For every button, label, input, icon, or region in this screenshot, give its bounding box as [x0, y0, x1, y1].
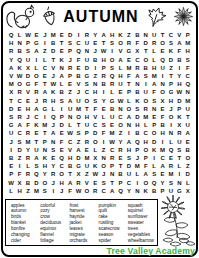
grid-cell: A — [66, 97, 74, 105]
grid-cell: P — [100, 64, 108, 72]
word-list-column: pumpkinquiltrakerustlingscarecrowseasons… — [99, 203, 126, 243]
grid-cell: L — [32, 64, 40, 72]
grid-cell: M — [167, 170, 175, 178]
grid-cell: L — [57, 80, 65, 88]
grid-cell: N — [133, 187, 141, 195]
grid-cell: P — [150, 121, 158, 129]
grid-cell: E — [158, 47, 166, 55]
grid-cell: L — [116, 64, 124, 72]
grid-cell: R — [66, 64, 74, 72]
grid-cell: U — [24, 56, 32, 64]
grid-cell: D — [66, 31, 74, 39]
grid-cell: M — [41, 121, 49, 129]
grid-cell: V — [49, 64, 57, 72]
grid-cell: I — [108, 47, 116, 55]
grid-cell: N — [116, 105, 124, 113]
grid-cell: M — [49, 31, 57, 39]
word-list-item: orchards — [69, 238, 96, 244]
grid-cell: L — [41, 56, 49, 64]
grid-cell: N — [150, 105, 158, 113]
grid-cell: N — [167, 129, 175, 137]
grid-cell: Z — [91, 72, 99, 80]
word-search-grid: QLWEJMEDIRYAHKZBNUTCVPHNPGIBTSCUETSORFDR… — [7, 31, 192, 195]
grid-cell: M — [150, 72, 158, 80]
grid-cell: F — [158, 113, 166, 121]
grid-cell: J — [91, 47, 99, 55]
grid-cell: B — [116, 170, 124, 178]
grid-cell: H — [91, 88, 99, 96]
grid-cell: H — [150, 64, 158, 72]
word-list: applesautumnbirdsblanketbonfirechangingc… — [5, 199, 158, 246]
grid-cell: E — [108, 121, 116, 129]
grid-cell: I — [150, 154, 158, 162]
grid-cell: J — [49, 179, 57, 187]
grid-cell: N — [125, 121, 133, 129]
grid-cell: H — [15, 187, 23, 195]
grid-cell: H — [83, 113, 91, 121]
grid-cell: O — [32, 72, 40, 80]
grid-cell: R — [83, 31, 91, 39]
grid-cell: N — [66, 113, 74, 121]
grid-cell: E — [32, 31, 40, 39]
grid-cell: S — [108, 39, 116, 47]
grid-cell: L — [150, 56, 158, 64]
grid-cell: A — [150, 80, 158, 88]
grid-cell: R — [49, 170, 57, 178]
grid-cell: V — [7, 72, 15, 80]
word-list-column: applesautumnbirdsblanketbonfirechangingc… — [11, 203, 38, 243]
word-list-item: cider — [11, 238, 38, 244]
grid-cell: I — [32, 56, 40, 64]
grid-cell: Z — [116, 129, 124, 137]
grid-cell: E — [66, 80, 74, 88]
grid-cell: A — [142, 170, 150, 178]
grid-cell: E — [41, 72, 49, 80]
grid-cell: E — [32, 129, 40, 137]
grid-cell: P — [57, 113, 65, 121]
grid-cell: E — [100, 105, 108, 113]
grid-cell: A — [133, 72, 141, 80]
grid-cell: C — [83, 88, 91, 96]
grid-cell: E — [158, 170, 166, 178]
grid-cell: Z — [167, 64, 175, 72]
grid-cell: L — [15, 31, 23, 39]
mum-flower-icon — [172, 5, 195, 28]
grid-cell: M — [108, 129, 116, 137]
grid-cell: Z — [83, 170, 91, 178]
grid-cell: U — [142, 88, 150, 96]
grid-cell: F — [100, 129, 108, 137]
grid-cell: L — [49, 105, 57, 113]
grid-cell: O — [100, 162, 108, 170]
grid-cell: B — [74, 72, 82, 80]
grid-cell: E — [57, 129, 65, 137]
grid-cell: F — [32, 80, 40, 88]
grid-cell: Q — [32, 170, 40, 178]
grid-cell: I — [167, 121, 175, 129]
grid-cell: O — [57, 170, 65, 178]
grid-cell: K — [57, 56, 65, 64]
grid-cell: U — [7, 129, 15, 137]
grid-cell: M — [32, 187, 40, 195]
grid-cell: S — [108, 64, 116, 72]
grid-cell: S — [100, 121, 108, 129]
grid-cell: Q — [158, 56, 166, 64]
grid-cell: G — [83, 72, 91, 80]
grid-cell: T — [66, 170, 74, 178]
grid-cell: N — [142, 31, 150, 39]
grid-cell: M — [133, 162, 141, 170]
grid-cell: P — [125, 88, 133, 96]
grid-cell: F — [184, 64, 192, 72]
squirrel-icon — [4, 4, 37, 30]
grid-cell: H — [108, 31, 116, 39]
grid-cell: C — [66, 138, 74, 146]
grid-cell: E — [49, 154, 57, 162]
grid-cell: R — [32, 88, 40, 96]
grid-cell: E — [57, 31, 65, 39]
grid-cell: Q — [57, 154, 65, 162]
grid-cell: C — [41, 64, 49, 72]
grid-cell: E — [74, 64, 82, 72]
grid-cell: U — [83, 39, 91, 47]
grid-cell: L — [66, 121, 74, 129]
grid-cell: X — [74, 170, 82, 178]
grid-cell: J — [49, 121, 57, 129]
grid-cell: O — [108, 56, 116, 64]
grid-cell: C — [142, 129, 150, 137]
sunflower-icon — [153, 194, 198, 250]
grid-cell: Q — [7, 31, 15, 39]
grid-cell: D — [57, 121, 65, 129]
grid-cell: K — [15, 64, 23, 72]
grid-cell: G — [167, 88, 175, 96]
maple-leaf-icon — [142, 3, 170, 31]
grid-cell: O — [116, 121, 124, 129]
grid-cell: P — [108, 162, 116, 170]
grid-cell: A — [116, 56, 124, 64]
grid-cell: B — [175, 56, 183, 64]
grid-cell: R — [15, 113, 23, 121]
grid-cell: O — [142, 56, 150, 64]
grid-cell: P — [66, 72, 74, 80]
grid-cell: S — [41, 187, 49, 195]
word-list-item: foliage — [40, 238, 67, 244]
grid-cell: X — [158, 97, 166, 105]
grid-cell: Q — [108, 72, 116, 80]
grid-cell: B — [142, 64, 150, 72]
grid-cell: B — [184, 146, 192, 154]
grid-cell: A — [108, 187, 116, 195]
grid-cell: H — [175, 80, 183, 88]
grid-cell: U — [74, 97, 82, 105]
grid-cell: T — [167, 72, 175, 80]
grid-cell: D — [24, 72, 32, 80]
grid-cell: T — [74, 121, 82, 129]
grid-cell: D — [74, 154, 82, 162]
grid-cell: K — [91, 162, 99, 170]
grid-cell: G — [24, 80, 32, 88]
word-list-column: frostharvesthayridejacketleavesmigrateor… — [69, 203, 96, 243]
grid-cell: O — [83, 187, 91, 195]
grid-cell: U — [184, 105, 192, 113]
grid-cell: W — [49, 80, 57, 88]
grid-cell: M — [142, 113, 150, 121]
grid-cell: Q — [150, 179, 158, 187]
grid-cell: V — [24, 88, 32, 96]
grid-cell: I — [41, 39, 49, 47]
grid-cell: E — [125, 56, 133, 64]
grid-cell: I — [57, 105, 65, 113]
grid-cell: A — [32, 47, 40, 55]
grid-cell: A — [41, 88, 49, 96]
grid-cell: P — [66, 47, 74, 55]
grid-cell: D — [32, 179, 40, 187]
grid-cell: Q — [184, 80, 192, 88]
grid-cell: R — [167, 162, 175, 170]
grid-cell: R — [150, 39, 158, 47]
grid-cell: S — [24, 47, 32, 55]
grid-cell: P — [142, 154, 150, 162]
grid-cell: U — [32, 146, 40, 154]
grid-cell: S — [7, 113, 15, 121]
grid-cell: R — [41, 97, 49, 105]
grid-cell: I — [100, 88, 108, 96]
grid-cell: Z — [24, 187, 32, 195]
grid-cell: T — [100, 39, 108, 47]
grid-cell: W — [116, 97, 124, 105]
puzzle-title: AUTUMN — [63, 8, 138, 26]
grid-cell: W — [108, 138, 116, 146]
grid-cell: Q — [15, 56, 23, 64]
grid-cell: A — [184, 129, 192, 137]
grid-cell: B — [49, 39, 57, 47]
grid-cell: C — [74, 39, 82, 47]
grid-cell: I — [175, 64, 183, 72]
grid-cell: R — [175, 129, 183, 137]
grid-cell: T — [83, 105, 91, 113]
grid-cell: E — [91, 39, 99, 47]
grid-cell: L — [125, 97, 133, 105]
grid-cell: W — [24, 31, 32, 39]
grid-cell: K — [49, 88, 57, 96]
grid-cell: O — [15, 80, 23, 88]
grid-cell: L — [184, 179, 192, 187]
grid-cell: U — [150, 31, 158, 39]
grid-cell: D — [133, 113, 141, 121]
branding-text: Tree Valley Academy — [106, 246, 195, 256]
grid-cell: K — [41, 154, 49, 162]
grid-cell: J — [49, 72, 57, 80]
grid-cell: P — [116, 179, 124, 187]
grid-cell: O — [74, 113, 82, 121]
grid-cell: S — [150, 170, 158, 178]
grid-cell: L — [91, 146, 99, 154]
grid-cell: F — [66, 187, 74, 195]
grid-cell: K — [167, 47, 175, 55]
grid-cell: Q — [49, 113, 57, 121]
grid-cell: W — [15, 72, 23, 80]
grid-cell: M — [24, 138, 32, 146]
grid-cell: Y — [49, 162, 57, 170]
grid-cell: A — [57, 72, 65, 80]
word-list-column: squashsquirrelsunflowersweatertreesveget… — [128, 203, 155, 243]
grid-cell: C — [15, 129, 23, 137]
grid-cell: U — [184, 121, 192, 129]
grid-cell: E — [184, 138, 192, 146]
grid-cell: C — [32, 113, 40, 121]
grid-cell: P — [167, 80, 175, 88]
grid-cell: M — [74, 105, 82, 113]
grid-cell: Z — [66, 88, 74, 96]
grid-cell: Y — [158, 179, 166, 187]
grid-cell: U — [83, 121, 91, 129]
grid-cell: C — [125, 179, 133, 187]
grid-cell: F — [142, 162, 150, 170]
grid-cell: F — [150, 88, 158, 96]
grid-cell: S — [74, 129, 82, 137]
grid-cell: H — [7, 39, 15, 47]
grid-cell: E — [116, 88, 124, 96]
grid-cell: H — [100, 56, 108, 64]
grid-cell: R — [100, 72, 108, 80]
grid-cell: A — [74, 146, 82, 154]
grid-cell: N — [41, 146, 49, 154]
grid-cell: H — [41, 162, 49, 170]
grid-cell: V — [116, 47, 124, 55]
grid-cell: X — [15, 179, 23, 187]
grid-cell: C — [116, 113, 124, 121]
grid-cell: B — [133, 88, 141, 96]
grid-cell: R — [91, 187, 99, 195]
grid-cell: N — [91, 80, 99, 88]
grid-cell: U — [83, 56, 91, 64]
grid-cell: T — [41, 129, 49, 137]
grid-cell: F — [91, 105, 99, 113]
grid-cell: I — [175, 170, 183, 178]
grid-cell: Z — [100, 146, 108, 154]
grid-cell: I — [15, 162, 23, 170]
grid-cell: J — [7, 138, 15, 146]
grid-cell: C — [158, 154, 166, 162]
grid-cell: N — [15, 39, 23, 47]
grid-cell: D — [142, 39, 150, 47]
grid-cell: D — [91, 129, 99, 137]
word-list-item: wheelbarrow — [128, 238, 155, 244]
grid-cell: Y — [125, 187, 133, 195]
grid-cell: V — [66, 146, 74, 154]
grid-cell: E — [15, 105, 23, 113]
grid-cell: L — [108, 88, 116, 96]
grid-cell: L — [100, 113, 108, 121]
grid-cell: E — [57, 47, 65, 55]
grid-cell: I — [7, 146, 15, 154]
grid-cell: E — [91, 179, 99, 187]
grid-cell: Q — [116, 187, 124, 195]
grid-cell: N — [57, 64, 65, 72]
grid-cell: S — [15, 138, 23, 146]
grid-cell: D — [125, 162, 133, 170]
grid-cell: J — [32, 97, 40, 105]
grid-cell: R — [108, 154, 116, 162]
grid-cell: S — [125, 154, 133, 162]
grid-cell: O — [83, 97, 91, 105]
grid-cell: X — [175, 121, 183, 129]
grid-cell: R — [24, 154, 32, 162]
acorn-icon — [40, 4, 60, 28]
grid-cell: G — [108, 97, 116, 105]
grid-cell: O — [158, 88, 166, 96]
grid-cell: I — [74, 31, 82, 39]
grid-cell: O — [125, 105, 133, 113]
grid-cell: S — [150, 97, 158, 105]
grid-cell: O — [167, 113, 175, 121]
grid-cell: T — [158, 31, 166, 39]
grid-cell: I — [142, 80, 150, 88]
grid-cell: O — [158, 39, 166, 47]
grid-cell: T — [125, 80, 133, 88]
grid-cell: U — [175, 138, 183, 146]
grid-cell: O — [142, 146, 150, 154]
grid-cell: W — [66, 129, 74, 137]
grid-cell: E — [150, 113, 158, 121]
grid-cell: J — [133, 154, 141, 162]
grid-cell: Z — [184, 162, 192, 170]
grid-cell: B — [66, 162, 74, 170]
grid-cell: C — [133, 56, 141, 64]
grid-cell: U — [108, 113, 116, 121]
grid-cell: E — [24, 97, 32, 105]
grid-cell: V — [83, 179, 91, 187]
grid-cell: Z — [125, 31, 133, 39]
grid-cell: R — [83, 138, 91, 146]
grid-cell: G — [41, 105, 49, 113]
grid-cell: Y — [175, 72, 183, 80]
grid-cell: J — [100, 170, 108, 178]
grid-cell: M — [184, 97, 192, 105]
grid-cell: B — [57, 88, 65, 96]
grid-cell: S — [32, 162, 40, 170]
grid-cell: L — [7, 187, 15, 195]
grid-cell: X — [24, 64, 32, 72]
grid-cell: I — [91, 64, 99, 72]
grid-cell: R — [15, 88, 23, 96]
grid-cell: E — [158, 105, 166, 113]
grid-cell: T — [57, 39, 65, 47]
grid-cell: U — [83, 162, 91, 170]
grid-cell: H — [158, 129, 166, 137]
grid-cell: X — [133, 47, 141, 55]
header: AUTUMN — [4, 3, 195, 30]
grid-cell: K — [150, 146, 158, 154]
grid-cell: K — [133, 97, 141, 105]
grid-cell: W — [7, 179, 15, 187]
grid-cell: F — [175, 47, 183, 55]
grid-cell: R — [142, 105, 150, 113]
grid-cell: O — [142, 179, 150, 187]
grid-cell: A — [32, 154, 40, 162]
grid-cell: R — [7, 47, 15, 55]
grid-cell: I — [133, 179, 141, 187]
grid-cell: Z — [74, 138, 82, 146]
grid-cell: D — [83, 64, 91, 72]
grid-cell: H — [133, 121, 141, 129]
grid-cell: G — [74, 162, 82, 170]
grid-cell: H — [125, 146, 133, 154]
grid-cell: M — [125, 64, 133, 72]
grid-cell: A — [15, 121, 23, 129]
grid-cell: N — [133, 80, 141, 88]
